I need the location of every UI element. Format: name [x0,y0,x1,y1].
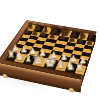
chess-set-photo: ♜♞♝♛♚♝♞♜♟♟♟♟♟♟♟♟♟♟♟♟♟♟♟♟♜♞♝♛♚♝♞♜ [0,0,100,100]
piece-black-pawn[interactable]: ♟ [24,28,31,36]
chess-board: ♜♞♝♛♚♝♞♜♟♟♟♟♟♟♟♟♟♟♟♟♟♟♟♟♜♞♝♛♚♝♞♜ [6,24,89,73]
piece-white-king[interactable]: ♚ [43,54,56,68]
piece-black-pawn[interactable]: ♟ [49,32,56,40]
piece-white-queen[interactable]: ♛ [32,53,44,66]
piece-black-pawn[interactable]: ♟ [31,29,38,37]
brass-foot-right [69,88,75,93]
chess-box: ♜♞♝♛♚♝♞♜♟♟♟♟♟♟♟♟♟♟♟♟♟♟♟♟♜♞♝♛♚♝♞♜ [0,20,97,80]
piece-black-pawn[interactable]: ♟ [40,30,47,38]
piece-black-pawn[interactable]: ♟ [69,35,76,43]
piece-black-pawn[interactable]: ♟ [77,37,84,45]
piece-black-pawn[interactable]: ♟ [59,33,66,41]
